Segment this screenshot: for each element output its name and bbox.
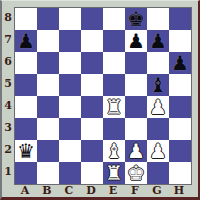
square-e8[interactable] — [103, 8, 125, 30]
square-b7[interactable] — [37, 30, 59, 52]
square-a5[interactable] — [15, 74, 37, 96]
square-h8[interactable] — [169, 8, 191, 30]
square-g3[interactable] — [147, 118, 169, 140]
piece-black-pawn[interactable]: ♟ — [147, 30, 169, 52]
square-b6[interactable] — [37, 52, 59, 74]
rank-label-1: 1 — [2, 161, 14, 183]
square-h1[interactable] — [169, 162, 191, 184]
square-f8[interactable]: ♚ — [125, 8, 147, 30]
file-label-e: E — [102, 184, 124, 198]
square-h7[interactable] — [169, 30, 191, 52]
file-label-f: F — [124, 184, 146, 198]
square-b2[interactable] — [37, 140, 59, 162]
square-g6[interactable] — [147, 52, 169, 74]
square-h6[interactable]: ♟ — [169, 52, 191, 74]
rank-label-7: 7 — [2, 29, 14, 51]
square-e5[interactable] — [103, 74, 125, 96]
piece-white-king[interactable]: ♚ — [125, 162, 147, 184]
square-c5[interactable] — [59, 74, 81, 96]
square-a4[interactable] — [15, 96, 37, 118]
square-a1[interactable] — [15, 162, 37, 184]
square-g2[interactable]: ♟ — [147, 140, 169, 162]
square-a8[interactable] — [15, 8, 37, 30]
square-c3[interactable] — [59, 118, 81, 140]
square-h2[interactable] — [169, 140, 191, 162]
rank-label-6: 6 — [2, 51, 14, 73]
chess-board: ♚♟♟♟♟♝♜♟♛♝♟♟♜♚ — [14, 7, 192, 185]
square-c8[interactable] — [59, 8, 81, 30]
square-f6[interactable] — [125, 52, 147, 74]
piece-black-queen[interactable]: ♛ — [15, 140, 37, 162]
rank-label-8: 8 — [2, 7, 14, 29]
board-frame: 87654321 ♚♟♟♟♟♝♜♟♛♝♟♟♜♚ ABCDEFGH — [0, 0, 200, 200]
square-f3[interactable] — [125, 118, 147, 140]
square-e7[interactable] — [103, 30, 125, 52]
file-label-g: G — [146, 184, 168, 198]
square-f5[interactable] — [125, 74, 147, 96]
square-b1[interactable] — [37, 162, 59, 184]
piece-white-pawn[interactable]: ♟ — [125, 140, 147, 162]
square-d2[interactable] — [81, 140, 103, 162]
piece-black-pawn[interactable]: ♟ — [15, 30, 37, 52]
square-d5[interactable] — [81, 74, 103, 96]
rank-labels: 87654321 — [2, 7, 14, 183]
piece-white-bishop[interactable]: ♝ — [103, 140, 125, 162]
square-f2[interactable]: ♟ — [125, 140, 147, 162]
square-d3[interactable] — [81, 118, 103, 140]
square-f4[interactable] — [125, 96, 147, 118]
rank-label-3: 3 — [2, 117, 14, 139]
file-label-a: A — [14, 184, 36, 198]
square-c7[interactable] — [59, 30, 81, 52]
square-b4[interactable] — [37, 96, 59, 118]
square-h3[interactable] — [169, 118, 191, 140]
square-g5[interactable]: ♝ — [147, 74, 169, 96]
piece-white-rook[interactable]: ♜ — [103, 162, 125, 184]
square-e6[interactable] — [103, 52, 125, 74]
piece-white-pawn[interactable]: ♟ — [147, 140, 169, 162]
square-c4[interactable] — [59, 96, 81, 118]
square-b5[interactable] — [37, 74, 59, 96]
square-a7[interactable]: ♟ — [15, 30, 37, 52]
rank-label-4: 4 — [2, 95, 14, 117]
piece-black-pawn[interactable]: ♟ — [125, 30, 147, 52]
square-d8[interactable] — [81, 8, 103, 30]
square-d4[interactable] — [81, 96, 103, 118]
square-g4[interactable]: ♟ — [147, 96, 169, 118]
square-a3[interactable] — [15, 118, 37, 140]
square-d6[interactable] — [81, 52, 103, 74]
piece-white-pawn[interactable]: ♟ — [147, 96, 169, 118]
square-f1[interactable]: ♚ — [125, 162, 147, 184]
square-g7[interactable]: ♟ — [147, 30, 169, 52]
square-g1[interactable] — [147, 162, 169, 184]
piece-white-rook[interactable]: ♜ — [103, 96, 125, 118]
file-label-b: B — [36, 184, 58, 198]
square-e2[interactable]: ♝ — [103, 140, 125, 162]
square-e1[interactable]: ♜ — [103, 162, 125, 184]
square-c1[interactable] — [59, 162, 81, 184]
square-c2[interactable] — [59, 140, 81, 162]
square-b8[interactable] — [37, 8, 59, 30]
file-label-h: H — [168, 184, 190, 198]
square-h5[interactable] — [169, 74, 191, 96]
square-d1[interactable] — [81, 162, 103, 184]
piece-black-bishop[interactable]: ♝ — [147, 74, 169, 96]
square-d7[interactable] — [81, 30, 103, 52]
square-e4[interactable]: ♜ — [103, 96, 125, 118]
piece-black-king[interactable]: ♚ — [125, 8, 147, 30]
file-label-d: D — [80, 184, 102, 198]
square-h4[interactable] — [169, 96, 191, 118]
square-f7[interactable]: ♟ — [125, 30, 147, 52]
square-b3[interactable] — [37, 118, 59, 140]
square-e3[interactable] — [103, 118, 125, 140]
square-a2[interactable]: ♛ — [15, 140, 37, 162]
square-c6[interactable] — [59, 52, 81, 74]
rank-label-5: 5 — [2, 73, 14, 95]
square-a6[interactable] — [15, 52, 37, 74]
rank-label-2: 2 — [2, 139, 14, 161]
file-label-c: C — [58, 184, 80, 198]
piece-black-pawn[interactable]: ♟ — [169, 52, 191, 74]
file-labels: ABCDEFGH — [14, 184, 190, 198]
square-g8[interactable] — [147, 8, 169, 30]
